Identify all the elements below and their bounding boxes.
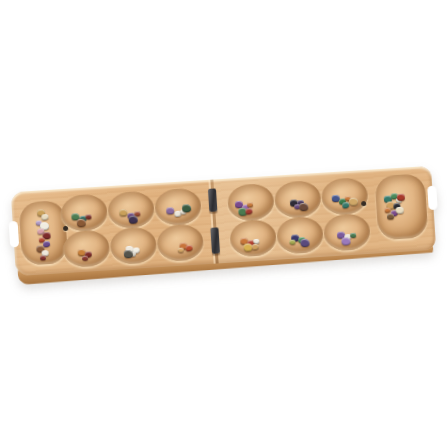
gemstone [395, 207, 403, 214]
pit-bottom-2[interactable] [109, 226, 157, 265]
gemstone [350, 233, 356, 238]
gemstone [341, 237, 350, 246]
gemstone [123, 249, 132, 258]
gemstone [386, 213, 393, 219]
pit-bottom-3[interactable] [156, 223, 204, 262]
right-store[interactable] [374, 173, 428, 240]
gemstone [181, 204, 190, 213]
gemstone [342, 202, 349, 208]
pit-top-5[interactable] [274, 180, 322, 219]
gemstone [397, 194, 405, 201]
hinge-icon [208, 188, 217, 211]
gemstone [348, 197, 357, 206]
gemstone [41, 214, 48, 220]
gemstone [82, 256, 88, 261]
pit-bottom-6[interactable] [323, 213, 371, 252]
photo-background [0, 0, 448, 448]
board-top-surface [11, 166, 436, 276]
gemstone [40, 255, 46, 260]
alignment-dot-icon [63, 226, 68, 231]
pit-top-4[interactable] [227, 183, 275, 222]
gemstone [300, 238, 309, 247]
gemstone [178, 248, 184, 253]
gemstone [85, 214, 91, 219]
pit-bottom-5[interactable] [276, 216, 324, 255]
gemstone [289, 240, 295, 245]
mancala-board [11, 166, 437, 288]
alignment-dot-icon [361, 201, 366, 206]
gemstone [185, 245, 192, 251]
gemstone [76, 218, 85, 227]
pit-top-6[interactable] [321, 177, 369, 216]
gemstone [247, 202, 253, 207]
gemstone [298, 202, 307, 211]
gemstone [245, 208, 252, 214]
gemstone [251, 243, 258, 249]
gemstone [128, 215, 137, 224]
pit-bottom-1[interactable] [62, 229, 110, 268]
pit-top-2[interactable] [107, 190, 155, 229]
hinge-icon [210, 227, 220, 253]
pit-bottom-4[interactable] [229, 219, 277, 258]
pit-top-3[interactable] [154, 187, 202, 226]
handle-notch-right [427, 186, 437, 211]
gemstone [166, 207, 174, 214]
handle-notch-left [9, 221, 20, 248]
gemstone [119, 209, 127, 216]
